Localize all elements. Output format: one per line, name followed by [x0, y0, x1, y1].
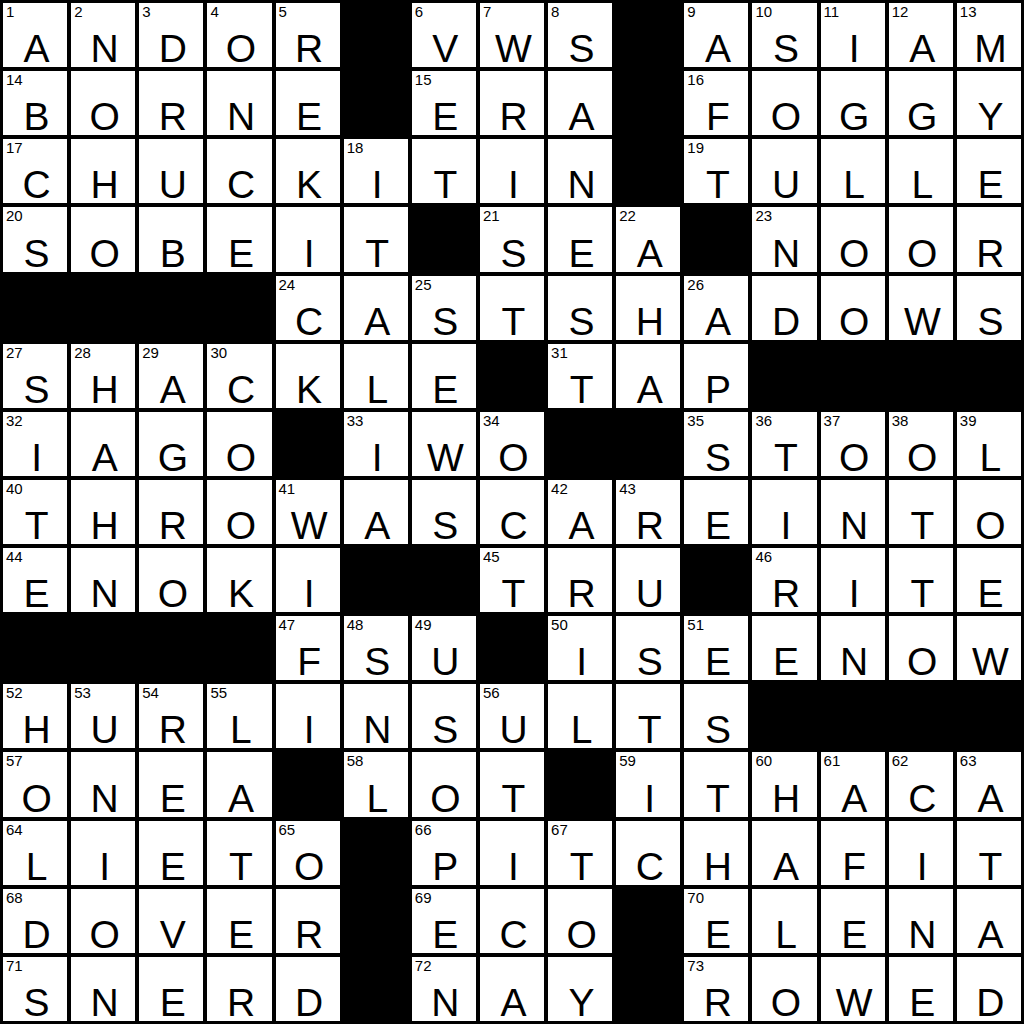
cell-letter: S [619, 642, 680, 680]
cell-letter: S [6, 370, 67, 408]
letter-cell[interactable]: 1A [3, 3, 67, 67]
letter-cell[interactable]: 53U [71, 684, 135, 748]
letter-cell[interactable]: 33I [344, 412, 408, 476]
cell-letter: T [483, 779, 544, 817]
block-cell [3, 616, 67, 680]
cell-letter: G [142, 438, 203, 476]
letter-cell[interactable]: 20S [3, 207, 67, 271]
letter-cell[interactable]: 63A [957, 752, 1021, 816]
letter-cell[interactable]: E [139, 957, 203, 1021]
cell-letter: A [619, 370, 680, 408]
crossword-grid: 1A2N3D4O5R6V7W8S9A10S11I12A13M14BORNE15E… [0, 0, 1024, 1024]
letter-cell[interactable]: E [276, 71, 340, 135]
letter-cell[interactable]: R [139, 480, 203, 544]
letter-cell[interactable]: E [139, 752, 203, 816]
letter-cell[interactable]: R [480, 71, 544, 135]
letter-cell[interactable]: 49U [412, 616, 476, 680]
cell-letter: D [960, 983, 1021, 1021]
letter-cell[interactable]: S [957, 276, 1021, 340]
cell-letter: L [892, 165, 953, 203]
block-cell [821, 344, 885, 408]
cell-letter: N [347, 710, 408, 748]
letter-cell[interactable]: 64L [3, 821, 67, 885]
letter-cell[interactable]: O [71, 207, 135, 271]
letter-cell[interactable]: C [616, 821, 680, 885]
letter-cell[interactable]: I [889, 821, 953, 885]
letter-cell[interactable]: 21S [480, 207, 544, 271]
letter-cell[interactable]: E [957, 548, 1021, 612]
letter-cell[interactable]: O [752, 957, 816, 1021]
letter-cell[interactable]: Y [957, 71, 1021, 135]
letter-cell[interactable]: H [71, 480, 135, 544]
letter-cell[interactable]: 31T [548, 344, 612, 408]
letter-cell[interactable]: T [684, 752, 748, 816]
letter-cell[interactable]: S [616, 616, 680, 680]
letter-cell[interactable]: O [139, 548, 203, 612]
letter-cell[interactable]: N [71, 957, 135, 1021]
clue-number: 53 [74, 684, 91, 701]
letter-cell[interactable]: Y [548, 957, 612, 1021]
clue-number: 36 [755, 412, 772, 429]
letter-cell[interactable]: 62C [889, 752, 953, 816]
letter-cell[interactable]: O [207, 412, 271, 476]
clue-number: 41 [279, 480, 296, 497]
letter-cell[interactable]: I [276, 684, 340, 748]
letter-cell[interactable]: D [752, 276, 816, 340]
cell-letter: T [687, 779, 748, 817]
letter-cell[interactable]: 3D [139, 3, 203, 67]
letter-cell[interactable]: W [412, 412, 476, 476]
clue-number: 61 [824, 752, 841, 769]
cell-letter: U [415, 642, 476, 680]
letter-cell[interactable]: O [71, 889, 135, 953]
letter-cell[interactable]: O [752, 71, 816, 135]
cell-letter: L [6, 847, 67, 885]
letter-cell[interactable]: 48S [344, 616, 408, 680]
cell-letter: C [279, 302, 340, 340]
letter-cell[interactable]: 50I [548, 616, 612, 680]
letter-cell[interactable]: 66P [412, 821, 476, 885]
letter-cell[interactable]: H [616, 276, 680, 340]
letter-cell[interactable]: 38O [889, 412, 953, 476]
block-cell [684, 548, 748, 612]
clue-number: 62 [892, 752, 909, 769]
letter-cell[interactable]: I [276, 548, 340, 612]
cell-letter: H [619, 302, 680, 340]
letter-cell[interactable]: E [548, 207, 612, 271]
letter-cell[interactable]: O [889, 616, 953, 680]
letter-cell[interactable]: 14B [3, 71, 67, 135]
clue-number: 48 [347, 616, 364, 633]
cell-letter: I [74, 847, 135, 885]
block-cell [207, 616, 271, 680]
clue-number: 58 [347, 752, 364, 769]
block-cell [957, 344, 1021, 408]
clue-number: 15 [415, 71, 432, 88]
clue-number: 34 [483, 412, 500, 429]
letter-cell[interactable]: A [752, 821, 816, 885]
cell-letter: I [347, 438, 408, 476]
clue-number: 3 [142, 3, 150, 20]
block-cell [889, 684, 953, 748]
letter-cell[interactable]: B [139, 207, 203, 271]
letter-cell[interactable]: N [71, 548, 135, 612]
letter-cell[interactable]: 39L [957, 412, 1021, 476]
cell-letter: K [279, 165, 340, 203]
block-cell [344, 957, 408, 1021]
letter-cell[interactable]: 12A [889, 3, 953, 67]
cell-letter: N [74, 983, 135, 1021]
letter-cell[interactable]: 70E [684, 889, 748, 953]
letter-cell[interactable]: 36T [752, 412, 816, 476]
cell-letter: G [824, 97, 885, 135]
cell-letter: O [210, 29, 271, 67]
clue-number: 8 [551, 3, 559, 20]
letter-cell[interactable]: L [821, 139, 885, 203]
letter-cell[interactable]: A [616, 344, 680, 408]
letter-cell[interactable]: 61A [821, 752, 885, 816]
cell-letter: M [960, 29, 1021, 67]
letter-cell[interactable]: A [548, 71, 612, 135]
letter-cell[interactable]: O [821, 207, 885, 271]
letter-cell[interactable]: S [412, 684, 476, 748]
clue-number: 45 [483, 548, 500, 565]
cell-letter: I [347, 165, 408, 203]
letter-cell[interactable]: E [207, 889, 271, 953]
clue-number: 19 [687, 139, 704, 156]
letter-cell[interactable]: 30C [207, 344, 271, 408]
letter-cell[interactable]: 17C [3, 139, 67, 203]
letter-cell[interactable]: 41W [276, 480, 340, 544]
letter-cell[interactable]: L [344, 344, 408, 408]
letter-cell[interactable]: F [821, 821, 885, 885]
cell-letter: O [755, 97, 816, 135]
letter-cell[interactable]: T [889, 480, 953, 544]
letter-cell[interactable]: A [344, 480, 408, 544]
letter-cell[interactable]: 13M [957, 3, 1021, 67]
letter-cell[interactable]: 45T [480, 548, 544, 612]
cell-letter: S [551, 302, 612, 340]
letter-cell[interactable]: T [344, 207, 408, 271]
letter-cell[interactable]: 59I [616, 752, 680, 816]
letter-cell[interactable]: 67T [548, 821, 612, 885]
letter-cell[interactable]: G [889, 71, 953, 135]
letter-cell[interactable]: T [889, 548, 953, 612]
letter-cell[interactable]: 57O [3, 752, 67, 816]
cell-letter: E [415, 915, 476, 953]
letter-cell[interactable]: W [821, 957, 885, 1021]
letter-cell[interactable]: U [752, 139, 816, 203]
letter-cell[interactable]: D [276, 957, 340, 1021]
letter-cell[interactable]: I [71, 821, 135, 885]
clue-number: 2 [74, 3, 82, 20]
letter-cell[interactable]: 40T [3, 480, 67, 544]
letter-cell[interactable]: 73R [684, 957, 748, 1021]
clue-number: 25 [415, 276, 432, 293]
letter-cell[interactable]: S [684, 684, 748, 748]
letter-cell[interactable]: C [480, 889, 544, 953]
letter-cell[interactable]: I [276, 207, 340, 271]
clue-number: 27 [6, 344, 23, 361]
letter-cell[interactable]: O [207, 480, 271, 544]
letter-cell[interactable]: 47F [276, 616, 340, 680]
letter-cell[interactable]: 46R [752, 548, 816, 612]
cell-letter: S [6, 234, 67, 272]
letter-cell[interactable]: S [548, 276, 612, 340]
cell-letter: B [142, 234, 203, 272]
letter-cell[interactable]: 51E [684, 616, 748, 680]
clue-number: 73 [687, 957, 704, 974]
letter-cell[interactable]: H [71, 139, 135, 203]
letter-cell[interactable]: L [889, 139, 953, 203]
letter-cell[interactable]: O [412, 752, 476, 816]
cell-letter: D [142, 29, 203, 67]
letter-cell[interactable]: L [548, 684, 612, 748]
letter-cell[interactable]: 10S [752, 3, 816, 67]
cell-letter: N [74, 779, 135, 817]
letter-cell[interactable]: A [207, 752, 271, 816]
cell-letter: E [892, 983, 953, 1021]
letter-cell[interactable]: E [957, 139, 1021, 203]
cell-letter: R [551, 574, 612, 612]
letter-cell[interactable]: T [480, 752, 544, 816]
letter-cell[interactable]: O [71, 71, 135, 135]
clue-number: 33 [347, 412, 364, 429]
letter-cell[interactable]: R [207, 957, 271, 1021]
letter-cell[interactable]: V [139, 889, 203, 953]
letter-cell[interactable]: K [276, 139, 340, 203]
letter-cell[interactable]: D [957, 957, 1021, 1021]
letter-cell[interactable]: U [139, 139, 203, 203]
letter-cell[interactable]: 2N [71, 3, 135, 67]
cell-letter: E [279, 97, 340, 135]
letter-cell[interactable]: 72N [412, 957, 476, 1021]
cell-letter: C [6, 165, 67, 203]
letter-cell[interactable]: I [480, 821, 544, 885]
letter-cell[interactable]: N [821, 480, 885, 544]
cell-letter: I [6, 438, 67, 476]
letter-cell[interactable]: 37O [821, 412, 885, 476]
letter-cell[interactable]: 32I [3, 412, 67, 476]
letter-cell[interactable]: E [752, 616, 816, 680]
cell-letter: O [210, 506, 271, 544]
letter-cell[interactable]: A [480, 957, 544, 1021]
letter-cell[interactable]: S [412, 480, 476, 544]
letter-cell[interactable]: G [139, 412, 203, 476]
letter-cell[interactable]: E [207, 207, 271, 271]
cell-letter: A [483, 983, 544, 1021]
letter-cell[interactable]: 22A [616, 207, 680, 271]
letter-cell[interactable]: 43R [616, 480, 680, 544]
letter-cell[interactable]: 55L [207, 684, 271, 748]
letter-cell[interactable]: R [548, 548, 612, 612]
cell-letter: S [551, 29, 612, 67]
letter-cell[interactable]: 25S [412, 276, 476, 340]
cell-letter: E [551, 234, 612, 272]
cell-letter: P [415, 847, 476, 885]
letter-cell[interactable]: 52H [3, 684, 67, 748]
letter-cell[interactable]: T [616, 684, 680, 748]
letter-cell[interactable]: 58L [344, 752, 408, 816]
cell-letter: N [210, 97, 271, 135]
cell-letter: A [142, 370, 203, 408]
cell-letter: I [483, 847, 544, 885]
letter-cell[interactable]: N [821, 616, 885, 680]
cell-letter: I [824, 574, 885, 612]
letter-cell[interactable]: 71S [3, 957, 67, 1021]
letter-cell[interactable]: T [412, 139, 476, 203]
cell-letter: S [483, 234, 544, 272]
cell-letter: A [347, 302, 408, 340]
cell-letter: U [619, 574, 680, 612]
cell-letter: E [960, 165, 1021, 203]
letter-cell[interactable]: I [821, 548, 885, 612]
letter-cell[interactable]: 5R [276, 3, 340, 67]
cell-letter: C [892, 779, 953, 817]
letter-cell[interactable]: O [957, 480, 1021, 544]
letter-cell[interactable]: 68D [3, 889, 67, 953]
letter-cell[interactable]: 19T [684, 139, 748, 203]
letter-cell[interactable]: A [957, 889, 1021, 953]
cell-letter: L [960, 438, 1021, 476]
letter-cell[interactable]: T [207, 821, 271, 885]
letter-cell[interactable]: 42A [548, 480, 612, 544]
letter-cell[interactable]: N [344, 684, 408, 748]
letter-cell[interactable]: W [889, 276, 953, 340]
letter-cell[interactable]: 29A [139, 344, 203, 408]
cell-letter: N [824, 506, 885, 544]
letter-cell[interactable]: 18I [344, 139, 408, 203]
cell-letter: C [210, 370, 271, 408]
letter-cell[interactable]: 23N [752, 207, 816, 271]
cell-letter: H [755, 779, 816, 817]
letter-cell[interactable]: 54R [139, 684, 203, 748]
cell-letter: T [551, 370, 612, 408]
cell-letter: W [824, 983, 885, 1021]
letter-cell[interactable]: 35S [684, 412, 748, 476]
letter-cell[interactable]: 60H [752, 752, 816, 816]
letter-cell[interactable]: T [480, 276, 544, 340]
letter-cell[interactable]: R [139, 71, 203, 135]
clue-number: 10 [755, 3, 772, 20]
letter-cell[interactable]: C [207, 139, 271, 203]
cell-letter: C [483, 915, 544, 953]
letter-cell[interactable]: 11I [821, 3, 885, 67]
letter-cell[interactable]: A [71, 412, 135, 476]
letter-cell[interactable]: I [480, 139, 544, 203]
cell-letter: E [210, 234, 271, 272]
letter-cell[interactable]: A [344, 276, 408, 340]
letter-cell[interactable]: 7W [480, 3, 544, 67]
clue-number: 59 [619, 752, 636, 769]
letter-cell[interactable]: R [957, 207, 1021, 271]
letter-cell[interactable]: O [821, 276, 885, 340]
letter-cell[interactable]: W [957, 616, 1021, 680]
letter-cell[interactable]: 24C [276, 276, 340, 340]
letter-cell[interactable]: E [139, 821, 203, 885]
letter-cell[interactable]: 34O [480, 412, 544, 476]
letter-cell[interactable]: U [616, 548, 680, 612]
letter-cell[interactable]: E [684, 480, 748, 544]
clue-number: 31 [551, 344, 568, 361]
cell-letter: T [6, 506, 67, 544]
cell-letter: A [74, 438, 135, 476]
clue-number: 6 [415, 3, 423, 20]
clue-number: 39 [960, 412, 977, 429]
cell-letter: T [483, 574, 544, 612]
cell-letter: O [6, 779, 67, 817]
letter-cell[interactable]: K [276, 344, 340, 408]
letter-cell[interactable]: P [684, 344, 748, 408]
clue-number: 66 [415, 821, 432, 838]
letter-cell[interactable]: N [889, 889, 953, 953]
block-cell [412, 548, 476, 612]
letter-cell[interactable]: T [957, 821, 1021, 885]
cell-letter: A [551, 506, 612, 544]
letter-cell[interactable]: K [207, 548, 271, 612]
letter-cell[interactable]: 44E [3, 548, 67, 612]
letter-cell[interactable]: G [821, 71, 885, 135]
cell-letter: O [74, 97, 135, 135]
letter-cell[interactable]: E [889, 957, 953, 1021]
letter-cell[interactable]: 8S [548, 3, 612, 67]
letter-cell[interactable]: 6V [412, 3, 476, 67]
letter-cell[interactable]: 28H [71, 344, 135, 408]
letter-cell[interactable]: N [71, 752, 135, 816]
letter-cell[interactable]: L [752, 889, 816, 953]
letter-cell[interactable]: C [480, 480, 544, 544]
cell-letter: T [892, 574, 953, 612]
letter-cell[interactable]: H [684, 821, 748, 885]
cell-letter: I [551, 642, 612, 680]
clue-number: 55 [210, 684, 227, 701]
letter-cell[interactable]: 27S [3, 344, 67, 408]
letter-cell[interactable]: 26A [684, 276, 748, 340]
cell-letter: A [960, 779, 1021, 817]
letter-cell[interactable]: 16F [684, 71, 748, 135]
letter-cell[interactable]: 9A [684, 3, 748, 67]
cell-letter: R [960, 234, 1021, 272]
clue-number: 57 [6, 752, 23, 769]
cell-letter: F [824, 847, 885, 885]
cell-letter: O [755, 983, 816, 1021]
letter-cell[interactable]: N [548, 139, 612, 203]
cell-letter: R [755, 574, 816, 612]
cell-letter: C [619, 847, 680, 885]
letter-cell[interactable]: R [276, 889, 340, 953]
letter-cell[interactable]: 4O [207, 3, 271, 67]
cell-letter: E [415, 97, 476, 135]
letter-cell[interactable]: 69E [412, 889, 476, 953]
cell-letter: O [142, 574, 203, 612]
letter-cell[interactable]: I [752, 480, 816, 544]
letter-cell[interactable]: E [412, 344, 476, 408]
block-cell [344, 889, 408, 953]
letter-cell[interactable]: O [548, 889, 612, 953]
cell-letter: H [687, 847, 748, 885]
letter-cell[interactable]: N [207, 71, 271, 135]
letter-cell[interactable]: 65O [276, 821, 340, 885]
letter-cell[interactable]: E [821, 889, 885, 953]
letter-cell[interactable]: O [889, 207, 953, 271]
block-cell [616, 412, 680, 476]
letter-cell[interactable]: 15E [412, 71, 476, 135]
block-cell [139, 276, 203, 340]
letter-cell[interactable]: 56U [480, 684, 544, 748]
clue-number: 72 [415, 957, 432, 974]
clue-number: 24 [279, 276, 296, 293]
cell-letter: W [415, 438, 476, 476]
